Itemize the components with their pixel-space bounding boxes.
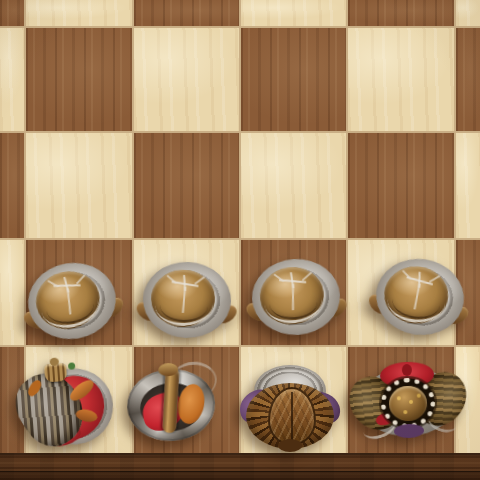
white-bishop-c1[interactable] (124, 361, 220, 446)
square-c3[interactable] (134, 133, 239, 238)
square-e3[interactable] (348, 133, 454, 238)
white-pawn-d2[interactable] (244, 249, 349, 344)
square-a4[interactable] (0, 28, 24, 131)
square-d3[interactable] (241, 133, 346, 238)
square-d5[interactable] (241, 0, 346, 26)
square-e5[interactable] (348, 0, 454, 26)
white-pawn-c2[interactable] (135, 253, 238, 346)
square-b3[interactable] (26, 133, 132, 238)
square-f5[interactable] (456, 0, 480, 26)
square-b4[interactable] (26, 28, 132, 131)
square-c5[interactable] (134, 0, 239, 26)
knight-crest (44, 363, 67, 382)
white-pawn-e2[interactable] (364, 245, 476, 348)
square-c4[interactable] (134, 28, 239, 131)
white-king-e1[interactable] (352, 360, 465, 444)
board-frame (0, 453, 480, 480)
square-f3[interactable] (456, 133, 480, 238)
chessboard-photo (0, 0, 480, 480)
queen-robe-tail (278, 439, 302, 452)
queen-leaf-crest (268, 387, 316, 445)
square-f4[interactable] (456, 28, 480, 131)
square-a3[interactable] (0, 133, 24, 238)
king-purple-trim (394, 423, 424, 438)
square-a5[interactable] (0, 0, 24, 26)
white-pawn-b2[interactable] (16, 249, 129, 354)
square-b5[interactable] (26, 0, 132, 26)
square-e4[interactable] (348, 28, 454, 131)
white-knight-b1[interactable] (16, 360, 118, 454)
white-queen-d1[interactable] (241, 365, 339, 453)
square-d4[interactable] (241, 28, 346, 131)
